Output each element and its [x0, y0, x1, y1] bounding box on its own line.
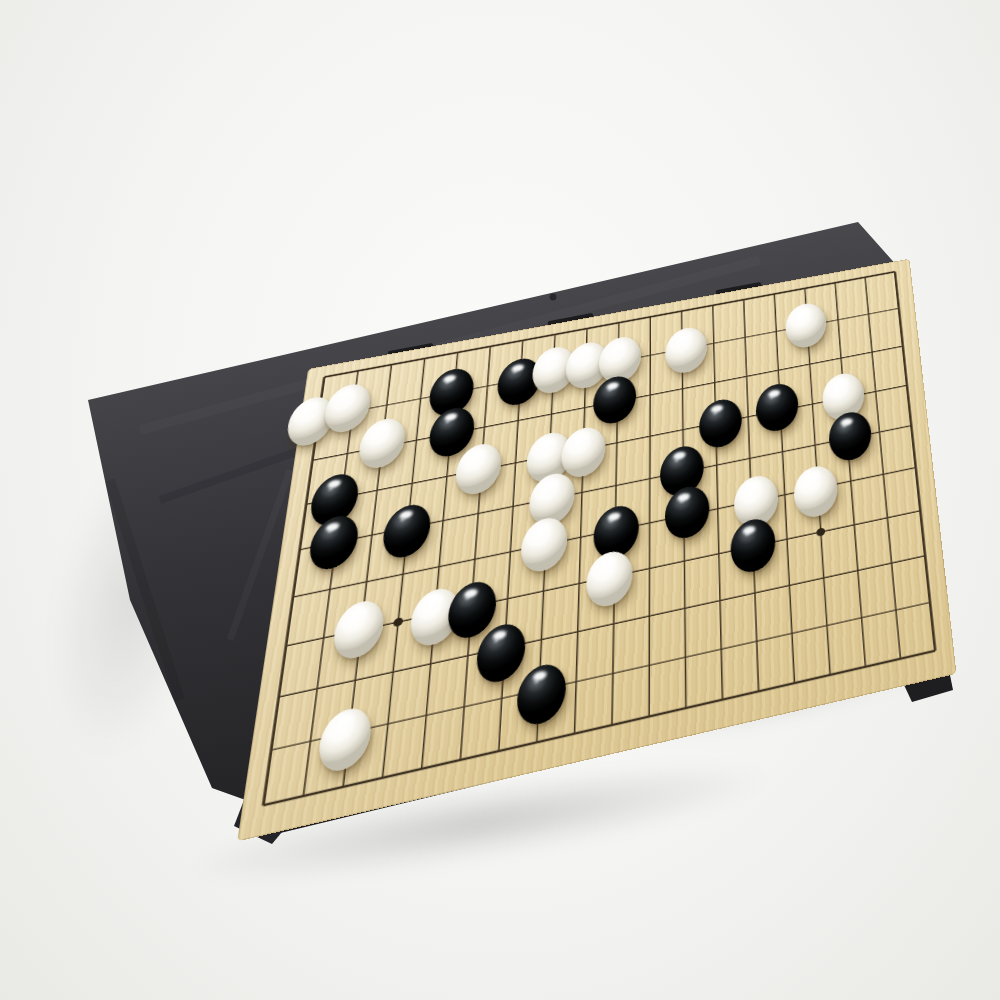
go-stone-black[interactable]: [755, 380, 799, 434]
go-stone-black[interactable]: [593, 373, 637, 427]
go-stone-white[interactable]: [322, 381, 373, 436]
go-stone-black[interactable]: [516, 660, 567, 729]
go-stone-white[interactable]: [586, 547, 633, 610]
product-photo-scene: [0, 0, 1000, 1000]
go-stone-white[interactable]: [561, 424, 606, 481]
go-stone-white[interactable]: [792, 462, 838, 520]
go-stone-white[interactable]: [665, 324, 707, 376]
go-stone-black[interactable]: [699, 396, 743, 451]
go-stone-white[interactable]: [356, 415, 406, 472]
go-stone-black[interactable]: [381, 500, 433, 561]
go-stone-white[interactable]: [331, 597, 386, 663]
go-stone-white[interactable]: [785, 300, 828, 351]
go-stone-black[interactable]: [306, 512, 360, 574]
hinge-pin: [550, 294, 557, 301]
go-stone-white[interactable]: [316, 703, 374, 775]
go-stone-black[interactable]: [730, 516, 776, 577]
go-stone-white[interactable]: [520, 514, 568, 576]
